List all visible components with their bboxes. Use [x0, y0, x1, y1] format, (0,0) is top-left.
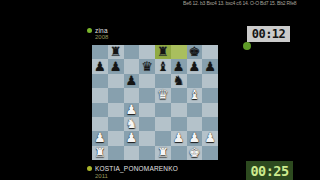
square-c6[interactable]: ♟ — [124, 74, 140, 88]
piece-white-rook: ♜ — [94, 146, 106, 160]
piece-white-pawn: ♟ — [204, 131, 216, 145]
square-b1[interactable] — [108, 146, 124, 160]
square-g3[interactable] — [187, 117, 203, 131]
square-e5[interactable]: ♛ — [155, 88, 171, 102]
square-e1[interactable]: ♜ — [155, 146, 171, 160]
square-d1[interactable] — [139, 146, 155, 160]
piece-black-pawn: ♟ — [204, 60, 216, 74]
move-list[interactable]: Be6 12. b3 Bxc4 13. bxc4 c6 14. O-O Bd7 … — [183, 0, 320, 6]
square-b2[interactable] — [108, 131, 124, 145]
piece-black-queen: ♛ — [141, 60, 153, 74]
piece-black-pawn: ♟ — [110, 60, 122, 74]
square-a7[interactable]: ♟ — [92, 59, 108, 73]
square-h2[interactable]: ♟ — [202, 131, 218, 145]
square-c7[interactable] — [124, 59, 140, 73]
piece-white-pawn: ♟ — [94, 131, 106, 145]
square-a6[interactable] — [92, 74, 108, 88]
square-d6[interactable] — [139, 74, 155, 88]
square-b3[interactable] — [108, 117, 124, 131]
square-c5[interactable] — [124, 88, 140, 102]
square-a5[interactable] — [92, 88, 108, 102]
square-g2[interactable]: ♟ — [187, 131, 203, 145]
piece-black-pawn: ♟ — [173, 60, 185, 74]
piece-white-rook: ♜ — [157, 146, 169, 160]
square-h3[interactable] — [202, 117, 218, 131]
square-g1[interactable]: ♚ — [187, 146, 203, 160]
square-f1[interactable] — [171, 146, 187, 160]
piece-white-queen: ♛ — [157, 88, 169, 102]
square-g5[interactable]: ♝ — [187, 88, 203, 102]
piece-black-rook: ♜ — [110, 45, 122, 59]
square-c2[interactable]: ♟ — [124, 131, 140, 145]
square-e6[interactable] — [155, 74, 171, 88]
piece-white-bishop: ♝ — [189, 88, 201, 102]
bottom-player-rating: 2011 — [95, 173, 108, 179]
square-g7[interactable]: ♟ — [187, 59, 203, 73]
piece-black-pawn: ♟ — [94, 60, 106, 74]
square-b6[interactable] — [108, 74, 124, 88]
square-e3[interactable] — [155, 117, 171, 131]
square-f5[interactable] — [171, 88, 187, 102]
square-d5[interactable] — [139, 88, 155, 102]
square-g6[interactable] — [187, 74, 203, 88]
square-d3[interactable] — [139, 117, 155, 131]
piece-white-pawn: ♟ — [173, 131, 185, 145]
square-a4[interactable] — [92, 103, 108, 117]
piece-white-pawn: ♟ — [126, 131, 138, 145]
square-g8[interactable]: ♚ — [187, 45, 203, 59]
square-h6[interactable] — [202, 74, 218, 88]
piece-black-king: ♚ — [189, 45, 201, 59]
piece-white-king: ♚ — [189, 146, 201, 160]
square-h7[interactable]: ♟ — [202, 59, 218, 73]
game-screen: Be6 12. b3 Bxc4 13. bxc4 c6 14. O-O Bd7 … — [0, 0, 320, 180]
square-b4[interactable] — [108, 103, 124, 117]
square-f8[interactable] — [171, 45, 187, 59]
piece-black-knight: ♞ — [173, 74, 185, 88]
live-indicator-icon — [243, 42, 251, 50]
square-f7[interactable]: ♟ — [171, 59, 187, 73]
square-a1[interactable]: ♜ — [92, 146, 108, 160]
square-e4[interactable] — [155, 103, 171, 117]
square-f2[interactable]: ♟ — [171, 131, 187, 145]
piece-white-pawn: ♟ — [126, 103, 138, 117]
bottom-player-bar[interactable]: KOSTIA_PONOMARENKO — [87, 165, 178, 172]
square-h4[interactable] — [202, 103, 218, 117]
chess-board: ♜♜♚♟♟♛♝♟♟♟♟♞♛♝♟♞♟♟♟♟♟♜♜♚ — [92, 45, 218, 160]
square-g4[interactable] — [187, 103, 203, 117]
square-f3[interactable] — [171, 117, 187, 131]
square-b7[interactable]: ♟ — [108, 59, 124, 73]
top-player-clock: 00:12 — [247, 26, 290, 42]
square-d7[interactable]: ♛ — [139, 59, 155, 73]
square-a8[interactable] — [92, 45, 108, 59]
square-c8[interactable] — [124, 45, 140, 59]
online-dot — [87, 166, 92, 171]
square-h1[interactable] — [202, 146, 218, 160]
square-b8[interactable]: ♜ — [108, 45, 124, 59]
square-d4[interactable] — [139, 103, 155, 117]
square-b5[interactable] — [108, 88, 124, 102]
square-e2[interactable] — [155, 131, 171, 145]
online-dot — [87, 28, 92, 33]
square-d2[interactable] — [139, 131, 155, 145]
square-a2[interactable]: ♟ — [92, 131, 108, 145]
square-c4[interactable]: ♟ — [124, 103, 140, 117]
square-c1[interactable] — [124, 146, 140, 160]
square-h5[interactable] — [202, 88, 218, 102]
square-e8[interactable]: ♜ — [155, 45, 171, 59]
square-f4[interactable] — [171, 103, 187, 117]
square-d8[interactable] — [139, 45, 155, 59]
square-a3[interactable] — [92, 117, 108, 131]
piece-white-knight: ♞ — [126, 117, 138, 131]
square-c3[interactable]: ♞ — [124, 117, 140, 131]
square-f6[interactable]: ♞ — [171, 74, 187, 88]
bottom-player-clock: 00:25 — [246, 161, 293, 180]
piece-white-pawn: ♟ — [189, 131, 201, 145]
piece-black-rook: ♜ — [157, 45, 169, 59]
bottom-player-name: KOSTIA_PONOMARENKO — [95, 165, 178, 172]
square-e7[interactable]: ♝ — [155, 59, 171, 73]
top-player-rating: 2008 — [95, 34, 108, 40]
top-player-bar[interactable]: zina — [87, 27, 108, 34]
top-player-name: zina — [95, 27, 108, 34]
square-h8[interactable] — [202, 45, 218, 59]
piece-black-pawn: ♟ — [126, 74, 138, 88]
piece-black-bishop: ♝ — [157, 60, 169, 74]
piece-black-pawn: ♟ — [189, 60, 201, 74]
